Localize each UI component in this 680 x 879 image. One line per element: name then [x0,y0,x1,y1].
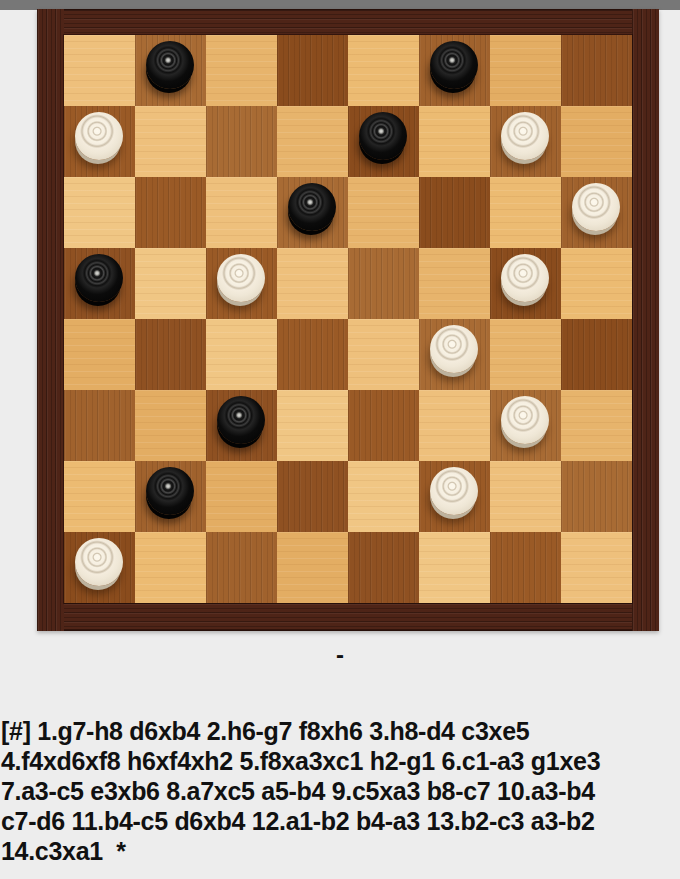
black-checker-b2[interactable]: ⛂ [146,467,194,515]
checkers-board-frame: ⛂⛂⛀⛂⛀⛂⛀⛂⛀⛀⛀⛂⛀⛂⛀⛀ [37,9,659,631]
square-h1 [561,532,632,603]
square-e5[interactable] [348,248,419,319]
move-line-3: 7.a3-c5 e3xb6 8.a7xc5 a5-b4 9.c5xa3 b8-c… [1,776,680,806]
square-h8[interactable] [561,35,632,106]
square-a5[interactable]: ⛂ [64,248,135,319]
square-f7 [419,106,490,177]
square-e1[interactable] [348,532,419,603]
white-checker-f2[interactable]: ⛀ [430,467,478,515]
square-h7 [561,106,632,177]
square-g5[interactable]: ⛀ [490,248,561,319]
black-checker-d6[interactable]: ⛂ [288,183,336,231]
square-h2[interactable] [561,461,632,532]
square-h4[interactable] [561,319,632,390]
square-b1 [135,532,206,603]
square-a4 [64,319,135,390]
square-c3[interactable]: ⛂ [206,390,277,461]
square-b7 [135,106,206,177]
white-checker-h6[interactable]: ⛀ [572,183,620,231]
square-f1 [419,532,490,603]
square-d7 [277,106,348,177]
square-a3[interactable] [64,390,135,461]
black-checker-c3[interactable]: ⛂ [217,396,265,444]
square-g3[interactable]: ⛀ [490,390,561,461]
square-e4 [348,319,419,390]
square-h5 [561,248,632,319]
square-e8 [348,35,419,106]
white-checker-c5[interactable]: ⛀ [217,254,265,302]
square-a8 [64,35,135,106]
square-d8[interactable] [277,35,348,106]
square-f8[interactable]: ⛂ [419,35,490,106]
move-list: [#] 1.g7-h8 d6xb4 2.h6-g7 f8xh6 3.h8-d4 … [1,716,680,866]
white-checker-g3[interactable]: ⛀ [501,396,549,444]
square-c7[interactable] [206,106,277,177]
square-a1[interactable]: ⛀ [64,532,135,603]
square-e6 [348,177,419,248]
square-e3[interactable] [348,390,419,461]
square-h3 [561,390,632,461]
board-frame-right [632,9,659,631]
white-checker-f4[interactable]: ⛀ [430,325,478,373]
square-g7[interactable]: ⛀ [490,106,561,177]
square-f2[interactable]: ⛀ [419,461,490,532]
square-f3 [419,390,490,461]
square-b3 [135,390,206,461]
board-frame-left [37,9,64,631]
square-g8 [490,35,561,106]
square-c1[interactable] [206,532,277,603]
square-d4[interactable] [277,319,348,390]
square-e2 [348,461,419,532]
checkers-board: ⛂⛂⛀⛂⛀⛂⛀⛂⛀⛀⛀⛂⛀⛂⛀⛀ [64,35,632,603]
square-a2 [64,461,135,532]
square-b8[interactable]: ⛂ [135,35,206,106]
move-line-1: [#] 1.g7-h8 d6xb4 2.h6-g7 f8xh6 3.h8-d4 … [1,716,680,746]
square-b2[interactable]: ⛂ [135,461,206,532]
white-checker-a7[interactable]: ⛀ [75,112,123,160]
black-checker-f8[interactable]: ⛂ [430,41,478,89]
square-b6[interactable] [135,177,206,248]
square-c4 [206,319,277,390]
square-c5[interactable]: ⛀ [206,248,277,319]
square-g6 [490,177,561,248]
square-a7[interactable]: ⛀ [64,106,135,177]
square-g2 [490,461,561,532]
square-c6 [206,177,277,248]
move-line-2: 4.f4xd6xf8 h6xf4xh2 5.f8xa3xc1 h2-g1 6.c… [1,746,680,776]
white-checker-g5[interactable]: ⛀ [501,254,549,302]
white-checker-a1[interactable]: ⛀ [75,538,123,586]
square-c2 [206,461,277,532]
move-line-4: c7-d6 11.b4-c5 d6xb4 12.a1-b2 b4-a3 13.b… [1,806,680,836]
black-checker-e7[interactable]: ⛂ [359,112,407,160]
square-e7[interactable]: ⛂ [348,106,419,177]
square-d6[interactable]: ⛂ [277,177,348,248]
square-d3 [277,390,348,461]
square-a6 [64,177,135,248]
black-checker-b8[interactable]: ⛂ [146,41,194,89]
square-f6[interactable] [419,177,490,248]
square-c8 [206,35,277,106]
square-b5 [135,248,206,319]
square-d1 [277,532,348,603]
square-d2[interactable] [277,461,348,532]
square-d5 [277,248,348,319]
square-f5 [419,248,490,319]
move-line-5: 14.c3xa1 * [1,836,680,866]
white-checker-g7[interactable]: ⛀ [501,112,549,160]
square-h6[interactable]: ⛀ [561,177,632,248]
square-b4[interactable] [135,319,206,390]
square-g1[interactable] [490,532,561,603]
move-indicator-dash: - [0,640,680,670]
black-checker-a5[interactable]: ⛂ [75,254,123,302]
square-g4 [490,319,561,390]
square-f4[interactable]: ⛀ [419,319,490,390]
